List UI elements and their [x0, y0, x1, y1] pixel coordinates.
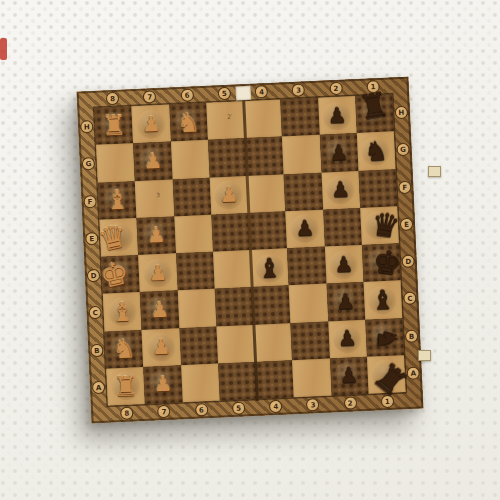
- piece-dark-pawn-b2: ♟: [328, 319, 367, 358]
- dark-piece-base: [361, 136, 391, 166]
- coord-top-5: 5: [217, 87, 231, 101]
- dark-piece-base: [359, 99, 389, 129]
- coord-top-3: 3: [292, 83, 306, 97]
- square-g6: [171, 140, 210, 179]
- square-f6: [172, 177, 211, 216]
- square-f7: 3: [135, 179, 174, 218]
- square-g8: [96, 143, 135, 182]
- light-piece-base: [173, 107, 203, 137]
- square-e3: ♟: [286, 209, 325, 248]
- square-d6: [176, 252, 215, 291]
- square-c5: [214, 287, 253, 326]
- square-h2: ♟: [318, 96, 357, 135]
- coord-right-F: F: [398, 180, 412, 194]
- coord-bottom-7: 7: [157, 405, 171, 419]
- coord-left-H: H: [80, 120, 94, 134]
- light-piece-base: [105, 259, 135, 289]
- piece-light-rook-h8: ♜: [94, 106, 133, 145]
- dark-piece-base: [334, 361, 364, 391]
- pawn-icon: ♟: [146, 223, 166, 248]
- light-piece-base: [146, 332, 176, 362]
- square-b5: [216, 324, 255, 363]
- pawn-icon: ♟: [336, 289, 356, 314]
- coord-right-G: G: [396, 143, 410, 157]
- coord-left-B: B: [90, 343, 104, 357]
- coord-bottom-3: 3: [306, 398, 320, 412]
- piece-dark-knight-b1: ♞: [365, 318, 404, 357]
- hinge-notch: [236, 86, 252, 101]
- piece-light-king-d8: ♚: [101, 255, 140, 294]
- square-a1: ♜: [367, 355, 406, 394]
- red-mark: [0, 38, 7, 60]
- knight-icon: ♞: [112, 333, 137, 364]
- bishop-icon: ♝: [370, 284, 395, 315]
- dark-piece-base: [369, 322, 399, 352]
- coord-left-E: E: [85, 232, 99, 246]
- knight-icon: ♞: [176, 107, 201, 138]
- knight-icon: ♞: [364, 136, 389, 167]
- square-a7: ♟: [143, 365, 182, 404]
- square-h3: [280, 98, 319, 137]
- coord-bottom-5: 5: [232, 401, 246, 415]
- coord-top-6: 6: [180, 88, 194, 102]
- square-b3: [291, 321, 330, 360]
- light-piece-base: [141, 220, 171, 250]
- square-b2: ♟: [328, 319, 367, 358]
- square-e8: ♛: [99, 218, 138, 257]
- coord-top-2: 2: [329, 82, 343, 96]
- coord-bottom-6: 6: [195, 403, 209, 417]
- piece-light-queen-e8: ♛: [99, 218, 138, 257]
- coord-bottom-8: 8: [120, 406, 134, 420]
- square-f5: ♟: [209, 176, 248, 215]
- coord-right-D: D: [401, 255, 415, 269]
- square-f4: [247, 174, 286, 213]
- coord-top-1: 1: [366, 80, 380, 94]
- king-icon: ♚: [97, 254, 133, 296]
- piece-dark-rook-h1: ♜: [355, 94, 394, 133]
- square-e2: [323, 208, 362, 247]
- pencil-mark: 3: [156, 191, 160, 198]
- coord-right-E: E: [400, 217, 414, 231]
- coord-right-B: B: [405, 329, 419, 343]
- square-e7: ♟: [137, 216, 176, 255]
- dark-piece-base: [368, 285, 398, 315]
- piece-light-pawn-a7: ♟: [143, 365, 182, 404]
- piece-dark-pawn-a2: ♟: [329, 357, 368, 396]
- coord-top-4: 4: [255, 85, 269, 99]
- square-e6: [174, 214, 213, 253]
- piece-light-pawn-f5: ♟: [209, 176, 248, 215]
- coord-top-7: 7: [143, 90, 157, 104]
- dark-piece-base: [329, 249, 359, 279]
- light-piece-base: [111, 371, 141, 401]
- coord-left-C: C: [88, 306, 102, 320]
- square-d5: [213, 250, 252, 289]
- dark-piece-base: [332, 324, 362, 354]
- square-a2: ♟: [329, 357, 368, 396]
- coord-bottom-1: 1: [381, 395, 395, 409]
- pawn-icon: ♟: [331, 178, 351, 203]
- piece-light-bishop-f8: ♝: [98, 181, 137, 220]
- light-piece-base: [136, 109, 166, 139]
- square-c3: [289, 284, 328, 323]
- dark-piece-base: [330, 286, 360, 316]
- square-h1: ♜: [355, 94, 394, 133]
- square-f3: [284, 172, 323, 211]
- piece-dark-bishop-c1: ♝: [363, 280, 402, 319]
- square-a8: ♜: [106, 367, 145, 406]
- queen-icon: ♛: [95, 217, 131, 259]
- piece-light-knight-b8: ♞: [105, 329, 144, 368]
- photo-scene: ♜♟♞2′♟♜♟♟♞♝3♟♟♛♟♟♛♚♟♝♟♚♝♟♟♝♞♟♟♞♜♟♟♜ 88HH…: [0, 0, 500, 500]
- dark-piece-base: [254, 253, 284, 283]
- pawn-icon: ♟: [143, 149, 163, 174]
- square-b1: ♞: [365, 318, 404, 357]
- square-b8: ♞: [105, 329, 144, 368]
- pawn-icon: ♟: [329, 140, 349, 165]
- piece-light-bishop-c8: ♝: [103, 292, 142, 331]
- square-e4: [248, 211, 287, 250]
- pawn-icon: ♟: [148, 260, 168, 285]
- dark-piece-base: [371, 359, 401, 389]
- pawn-icon: ♟: [327, 103, 347, 128]
- rook-icon: ♜: [101, 110, 127, 142]
- piece-dark-pawn-g2: ♟: [319, 133, 358, 172]
- bishop-icon: ♝: [257, 252, 282, 283]
- square-d1: ♚: [362, 243, 401, 282]
- pawn-icon: ♟: [295, 216, 315, 241]
- coord-right-C: C: [403, 292, 417, 306]
- square-c2: ♟: [326, 282, 365, 321]
- light-piece-base: [102, 185, 132, 215]
- square-c7: ♟: [140, 291, 179, 330]
- piece-dark-bishop-d4: ♝: [250, 248, 289, 287]
- coord-top-8: 8: [106, 92, 120, 106]
- piece-dark-king-d1: ♚: [362, 243, 401, 282]
- dark-piece-base: [366, 248, 396, 278]
- king-icon: ♚: [370, 242, 404, 283]
- square-h4: [243, 99, 282, 138]
- sticker-tag-1: [428, 166, 441, 177]
- piece-light-pawn-h7: ♟: [132, 105, 171, 144]
- square-d7: ♟: [138, 253, 177, 292]
- square-f8: ♝: [98, 181, 137, 220]
- piece-dark-pawn-h2: ♟: [318, 96, 357, 135]
- square-a6: [181, 363, 220, 402]
- chess-board: ♜♟♞2′♟♜♟♟♞♝3♟♟♛♟♟♛♚♟♝♟♚♝♟♟♝♞♟♟♞♜♟♟♜ 88HH…: [77, 77, 424, 424]
- light-piece-base: [99, 111, 129, 141]
- square-d3: [287, 247, 326, 286]
- square-b6: [179, 326, 218, 365]
- square-c4: [252, 286, 291, 325]
- light-piece-base: [143, 258, 173, 288]
- coord-bottom-2: 2: [343, 396, 357, 410]
- coord-left-D: D: [87, 269, 101, 283]
- square-g4: [245, 137, 284, 176]
- rook-icon: ♜: [113, 370, 139, 402]
- piece-dark-pawn-c2: ♟: [326, 282, 365, 321]
- coord-right-H: H: [395, 106, 409, 120]
- square-g3: [282, 135, 321, 174]
- dark-piece-base: [324, 138, 354, 168]
- square-f2: ♟: [321, 171, 360, 210]
- pawn-icon: ♟: [334, 252, 354, 277]
- bishop-icon: ♝: [110, 296, 135, 327]
- pawn-icon: ♟: [150, 298, 170, 323]
- square-g1: ♞: [357, 132, 396, 171]
- pawn-icon: ♟: [153, 372, 173, 397]
- square-d4: ♝: [250, 248, 289, 287]
- piece-light-pawn-b7: ♟: [142, 328, 181, 367]
- piece-light-knight-h6: ♞: [169, 103, 208, 142]
- coord-left-G: G: [82, 157, 96, 171]
- pawn-icon: ♟: [141, 112, 161, 137]
- square-c6: [177, 289, 216, 328]
- square-a3: [292, 358, 331, 397]
- piece-dark-queen-e1: ♛: [360, 206, 399, 245]
- sticker-tag-2: [418, 350, 431, 361]
- dark-piece-base: [322, 100, 352, 130]
- square-e1: ♛: [360, 206, 399, 245]
- piece-light-rook-a8: ♜: [106, 367, 145, 406]
- square-a4: [255, 360, 294, 399]
- pawn-icon: ♟: [337, 326, 357, 351]
- light-piece-base: [144, 295, 174, 325]
- square-f1: [358, 169, 397, 208]
- coord-right-A: A: [406, 366, 420, 380]
- dark-piece-base: [364, 210, 394, 240]
- piece-dark-pawn-f2: ♟: [321, 171, 360, 210]
- dark-piece-base: [325, 175, 355, 205]
- piece-dark-pawn-d2: ♟: [324, 245, 363, 284]
- square-h6: ♞: [169, 103, 208, 142]
- queen-icon: ♛: [368, 205, 402, 246]
- pawn-icon: ♟: [339, 364, 359, 389]
- piece-light-pawn-c7: ♟: [140, 291, 179, 330]
- square-e5: [211, 213, 250, 252]
- square-a5: [218, 362, 257, 401]
- light-piece-base: [214, 180, 244, 210]
- square-h8: ♜: [94, 106, 133, 145]
- bishop-icon: ♝: [105, 185, 130, 216]
- piece-dark-pawn-e3: ♟: [286, 209, 325, 248]
- light-piece-base: [104, 222, 134, 252]
- square-b7: ♟: [142, 328, 181, 367]
- dark-piece-base: [290, 214, 320, 244]
- coord-left-F: F: [83, 195, 97, 209]
- square-b4: [253, 323, 292, 362]
- pawn-icon: ♟: [151, 335, 171, 360]
- knight-icon: ♞: [372, 327, 403, 352]
- piece-light-pawn-d7: ♟: [138, 253, 177, 292]
- square-d8: ♚: [101, 255, 140, 294]
- light-piece-base: [148, 369, 178, 399]
- piece-light-pawn-g7: ♟: [133, 142, 172, 181]
- pawn-icon: ♟: [219, 183, 239, 208]
- coord-left-A: A: [92, 381, 106, 395]
- coord-bottom-4: 4: [269, 400, 283, 414]
- light-piece-base: [138, 146, 168, 176]
- square-d2: ♟: [324, 245, 363, 284]
- piece-dark-rook-a1: ♜: [367, 355, 406, 394]
- square-g2: ♟: [319, 133, 358, 172]
- square-c1: ♝: [363, 280, 402, 319]
- light-piece-base: [109, 334, 139, 364]
- square-h5: 2′: [206, 101, 245, 140]
- square-h7: ♟: [132, 105, 171, 144]
- square-g5: [208, 138, 247, 177]
- pencil-mark: 2′: [227, 113, 232, 120]
- square-c8: ♝: [103, 292, 142, 331]
- square-g7: ♟: [133, 142, 172, 181]
- light-piece-base: [107, 297, 137, 327]
- piece-light-pawn-e7: ♟: [137, 216, 176, 255]
- piece-dark-knight-g1: ♞: [357, 132, 396, 171]
